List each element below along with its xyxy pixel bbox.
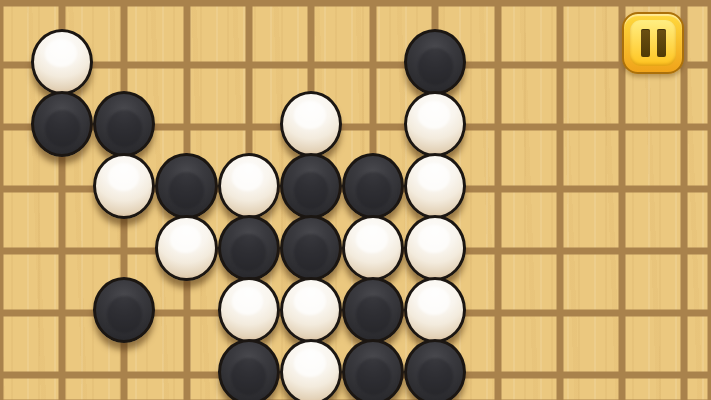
white-stone[interactable] [93,153,155,219]
black-stone[interactable] [93,277,155,343]
white-stone[interactable] [404,215,466,281]
black-stone[interactable] [280,215,342,281]
white-stone[interactable] [404,153,466,219]
white-stone[interactable] [404,91,466,157]
stones-layer [0,0,711,400]
pause-bar-right [657,29,666,57]
black-stone[interactable] [218,215,280,281]
black-stone[interactable] [342,277,404,343]
game-screen [0,0,711,400]
white-stone[interactable] [280,91,342,157]
white-stone[interactable] [342,215,404,281]
white-stone[interactable] [280,277,342,343]
pause-bar-left [641,29,650,57]
black-stone[interactable] [31,91,93,157]
black-stone[interactable] [93,91,155,157]
black-stone[interactable] [280,153,342,219]
black-stone[interactable] [218,339,280,400]
black-stone[interactable] [342,153,404,219]
gomoku-board[interactable] [0,0,711,400]
white-stone[interactable] [280,339,342,400]
white-stone[interactable] [31,29,93,95]
black-stone[interactable] [404,339,466,400]
white-stone[interactable] [155,215,217,281]
black-stone[interactable] [342,339,404,400]
black-stone[interactable] [155,153,217,219]
white-stone[interactable] [404,277,466,343]
white-stone[interactable] [218,277,280,343]
pause-icon [630,20,676,66]
white-stone[interactable] [218,153,280,219]
black-stone[interactable] [404,29,466,95]
pause-button[interactable] [622,12,684,74]
